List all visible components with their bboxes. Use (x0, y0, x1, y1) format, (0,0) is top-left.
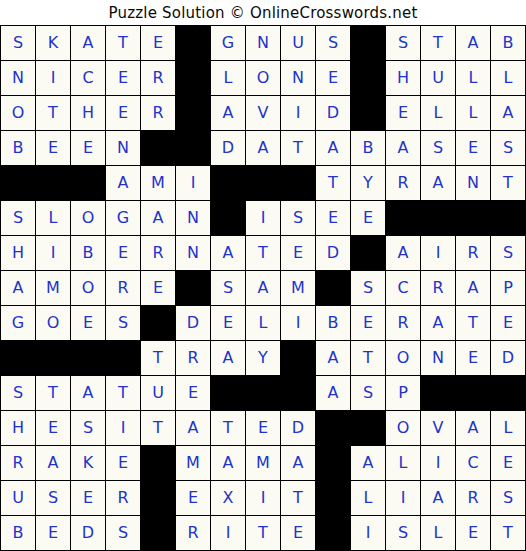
black-cell (36, 166, 70, 200)
letter-cell: E (106, 61, 140, 95)
letter-cell: S (281, 201, 315, 235)
black-cell (1, 166, 35, 200)
letter-cell: E (491, 446, 525, 480)
letter-cell: T (351, 341, 385, 375)
letter-cell: D (176, 306, 210, 340)
letter-cell: E (281, 236, 315, 270)
letter-cell: N (246, 26, 280, 60)
letter-cell: O (246, 61, 280, 95)
letter-cell: S (36, 481, 70, 515)
letter-cell: E (141, 26, 175, 60)
letter-cell: E (316, 61, 350, 95)
letter-cell: T (246, 236, 280, 270)
letter-cell: K (36, 26, 70, 60)
letter-cell: S (1, 376, 35, 410)
black-cell (141, 516, 175, 550)
black-cell (491, 376, 525, 410)
letter-cell: L (491, 411, 525, 445)
letter-cell: A (106, 166, 140, 200)
black-cell (71, 166, 105, 200)
letter-cell: A (281, 446, 315, 480)
letter-cell: I (421, 236, 455, 270)
letter-cell: L (421, 516, 455, 550)
letter-cell: P (386, 376, 420, 410)
black-cell (71, 341, 105, 375)
letter-cell: T (106, 26, 140, 60)
letter-cell: A (456, 271, 490, 305)
letter-cell: N (106, 131, 140, 165)
letter-cell: A (421, 166, 455, 200)
letter-cell: D (281, 411, 315, 445)
letter-cell: A (386, 131, 420, 165)
page-title: Puzzle Solution © OnlineCrosswords.net (0, 0, 526, 25)
letter-cell: D (491, 341, 525, 375)
letter-cell: A (351, 446, 385, 480)
letter-cell: E (246, 411, 280, 445)
letter-cell: B (351, 131, 385, 165)
letter-cell: E (141, 271, 175, 305)
letter-cell: A (71, 26, 105, 60)
letter-cell: S (1, 201, 35, 235)
letter-cell: U (421, 61, 455, 95)
letter-cell: C (71, 61, 105, 95)
black-cell (176, 26, 210, 60)
letter-cell: T (491, 166, 525, 200)
black-cell (351, 61, 385, 95)
letter-cell: B (1, 131, 35, 165)
letter-cell: A (211, 236, 245, 270)
letter-cell: M (246, 446, 280, 480)
letter-cell: S (106, 516, 140, 550)
letter-cell: E (456, 341, 490, 375)
letter-cell: N (176, 201, 210, 235)
letter-cell: S (491, 131, 525, 165)
letter-cell: T (141, 411, 175, 445)
letter-cell: S (351, 376, 385, 410)
black-cell (421, 376, 455, 410)
letter-cell: G (211, 26, 245, 60)
letter-cell: E (71, 481, 105, 515)
crossword-grid: SKATEGNUSSTABNICERLONEHULLOTHERAVIDELLAB… (0, 25, 526, 551)
letter-cell: R (386, 166, 420, 200)
letter-cell: N (281, 61, 315, 95)
black-cell (316, 446, 350, 480)
letter-cell: S (211, 271, 245, 305)
letter-cell: B (1, 516, 35, 550)
letter-cell: I (176, 166, 210, 200)
letter-cell: E (36, 516, 70, 550)
letter-cell: A (211, 341, 245, 375)
black-cell (316, 411, 350, 445)
letter-cell: A (491, 96, 525, 130)
letter-cell: A (211, 446, 245, 480)
letter-cell: D (211, 131, 245, 165)
letter-cell: D (316, 236, 350, 270)
letter-cell: E (106, 96, 140, 130)
black-cell (1, 341, 35, 375)
black-cell (351, 236, 385, 270)
letter-cell: O (386, 411, 420, 445)
black-cell (281, 166, 315, 200)
letter-cell: S (386, 26, 420, 60)
letter-cell: E (176, 376, 210, 410)
black-cell (351, 26, 385, 60)
letter-cell: A (1, 271, 35, 305)
letter-cell: L (421, 96, 455, 130)
letter-cell: I (246, 201, 280, 235)
letter-cell: R (106, 271, 140, 305)
letter-cell: M (36, 271, 70, 305)
letter-cell: A (176, 411, 210, 445)
letter-cell: K (71, 446, 105, 480)
letter-cell: R (386, 306, 420, 340)
letter-cell: S (421, 131, 455, 165)
black-cell (211, 376, 245, 410)
letter-cell: E (71, 306, 105, 340)
letter-cell: T (141, 341, 175, 375)
letter-cell: O (386, 341, 420, 375)
letter-cell: N (421, 341, 455, 375)
letter-cell: T (211, 411, 245, 445)
letter-cell: M (176, 446, 210, 480)
letter-cell: S (386, 516, 420, 550)
letter-cell: E (386, 96, 420, 130)
black-cell (351, 96, 385, 130)
letter-cell: I (36, 61, 70, 95)
letter-cell: E (456, 516, 490, 550)
black-cell (386, 201, 420, 235)
letter-cell: E (71, 131, 105, 165)
letter-cell: L (456, 96, 490, 130)
black-cell (36, 341, 70, 375)
letter-cell: R (141, 236, 175, 270)
letter-cell: H (1, 236, 35, 270)
puzzle-solution-page: Puzzle Solution © OnlineCrosswords.net S… (0, 0, 526, 551)
letter-cell: L (386, 446, 420, 480)
letter-cell: P (491, 271, 525, 305)
letter-cell: A (456, 26, 490, 60)
letter-cell: B (71, 236, 105, 270)
letter-cell: I (106, 411, 140, 445)
letter-cell: U (141, 376, 175, 410)
letter-cell: R (421, 271, 455, 305)
black-cell (106, 341, 140, 375)
black-cell (316, 271, 350, 305)
letter-cell: E (211, 306, 245, 340)
letter-cell: D (316, 96, 350, 130)
letter-cell: N (176, 236, 210, 270)
letter-cell: D (71, 516, 105, 550)
letter-cell: E (36, 411, 70, 445)
black-cell (176, 61, 210, 95)
letter-cell: I (246, 481, 280, 515)
black-cell (316, 481, 350, 515)
letter-cell: T (106, 376, 140, 410)
letter-cell: S (71, 411, 105, 445)
black-cell (456, 376, 490, 410)
letter-cell: L (246, 306, 280, 340)
letter-cell: I (36, 236, 70, 270)
letter-cell: I (351, 516, 385, 550)
letter-cell: B (491, 26, 525, 60)
letter-cell: V (421, 411, 455, 445)
letter-cell: R (456, 236, 490, 270)
letter-cell: E (36, 131, 70, 165)
letter-cell: T (246, 516, 280, 550)
letter-cell: R (176, 516, 210, 550)
letter-cell: A (71, 376, 105, 410)
black-cell (141, 446, 175, 480)
letter-cell: E (351, 201, 385, 235)
letter-cell: I (281, 96, 315, 130)
letter-cell: G (1, 306, 35, 340)
black-cell (176, 96, 210, 130)
letter-cell: L (456, 61, 490, 95)
letter-cell: A (316, 341, 350, 375)
letter-cell: H (1, 411, 35, 445)
letter-cell: N (456, 166, 490, 200)
letter-cell: I (421, 446, 455, 480)
letter-cell: E (176, 481, 210, 515)
letter-cell: R (141, 96, 175, 130)
black-cell (141, 481, 175, 515)
letter-cell: A (246, 131, 280, 165)
black-cell (456, 201, 490, 235)
letter-cell: M (141, 166, 175, 200)
black-cell (246, 166, 280, 200)
letter-cell: U (281, 26, 315, 60)
letter-cell: X (211, 481, 245, 515)
letter-cell: S (491, 481, 525, 515)
letter-cell: B (316, 306, 350, 340)
black-cell (281, 341, 315, 375)
letter-cell: A (456, 411, 490, 445)
letter-cell: E (281, 516, 315, 550)
letter-cell: L (351, 481, 385, 515)
letter-cell: R (106, 481, 140, 515)
black-cell (211, 201, 245, 235)
letter-cell: E (456, 131, 490, 165)
letter-cell: G (106, 201, 140, 235)
letter-cell: I (281, 306, 315, 340)
letter-cell: A (36, 446, 70, 480)
black-cell (491, 201, 525, 235)
letter-cell: T (36, 96, 70, 130)
letter-cell: I (386, 481, 420, 515)
letter-cell: O (71, 271, 105, 305)
letter-cell: T (491, 516, 525, 550)
letter-cell: C (386, 271, 420, 305)
letter-cell: H (386, 61, 420, 95)
letter-cell: R (1, 446, 35, 480)
letter-cell: Y (246, 341, 280, 375)
letter-cell: H (71, 96, 105, 130)
letter-cell: T (281, 131, 315, 165)
black-cell (421, 201, 455, 235)
letter-cell: A (211, 96, 245, 130)
letter-cell: S (491, 236, 525, 270)
letter-cell: S (316, 26, 350, 60)
letter-cell: A (386, 236, 420, 270)
letter-cell: L (211, 61, 245, 95)
letter-cell: T (421, 26, 455, 60)
letter-cell: C (456, 446, 490, 480)
letter-cell: U (1, 481, 35, 515)
letter-cell: N (1, 61, 35, 95)
letter-cell: E (316, 201, 350, 235)
letter-cell: I (211, 516, 245, 550)
letter-cell: A (421, 481, 455, 515)
black-cell (211, 166, 245, 200)
black-cell (281, 376, 315, 410)
black-cell (246, 376, 280, 410)
letter-cell: E (106, 446, 140, 480)
letter-cell: A (421, 306, 455, 340)
letter-cell: O (1, 96, 35, 130)
black-cell (176, 271, 210, 305)
letter-cell: M (281, 271, 315, 305)
letter-cell: S (106, 306, 140, 340)
letter-cell: S (1, 26, 35, 60)
letter-cell: A (141, 201, 175, 235)
letter-cell: T (316, 166, 350, 200)
black-cell (316, 516, 350, 550)
black-cell (141, 306, 175, 340)
letter-cell: E (491, 306, 525, 340)
black-cell (176, 131, 210, 165)
letter-cell: T (456, 306, 490, 340)
letter-cell: T (281, 481, 315, 515)
letter-cell: L (491, 61, 525, 95)
black-cell (351, 411, 385, 445)
letter-cell: L (36, 201, 70, 235)
letter-cell: R (141, 61, 175, 95)
letter-cell: E (106, 236, 140, 270)
letter-cell: S (351, 271, 385, 305)
letter-cell: E (351, 306, 385, 340)
letter-cell: A (316, 131, 350, 165)
letter-cell: A (316, 376, 350, 410)
letter-cell: R (176, 341, 210, 375)
letter-cell: O (36, 306, 70, 340)
letter-cell: O (71, 201, 105, 235)
letter-cell: V (246, 96, 280, 130)
letter-cell: T (36, 376, 70, 410)
letter-cell: Y (351, 166, 385, 200)
letter-cell: R (456, 481, 490, 515)
black-cell (141, 131, 175, 165)
letter-cell: A (246, 271, 280, 305)
